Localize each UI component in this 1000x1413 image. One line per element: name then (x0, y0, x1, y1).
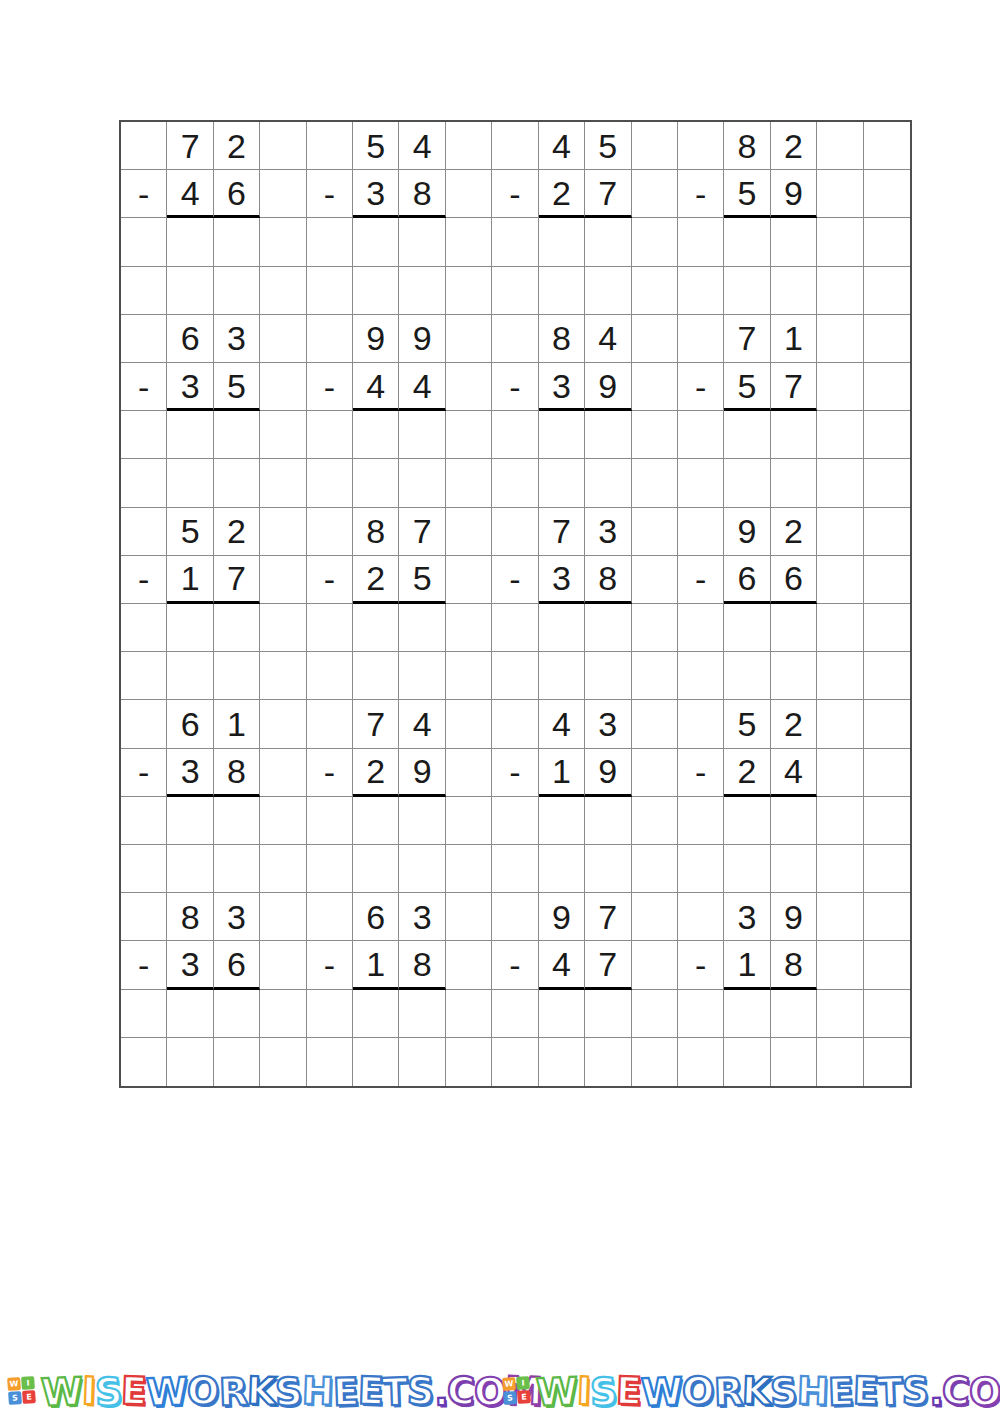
answer-cell[interactable] (399, 797, 445, 845)
digit-cell: 5 (353, 122, 399, 170)
empty-cell (492, 1038, 538, 1086)
brand-lockup: WISEWISEWORKSHEETS.COM (8, 1372, 503, 1410)
brand-letter: E (357, 1371, 383, 1410)
answer-cell[interactable] (353, 797, 399, 845)
empty-cell (399, 459, 445, 507)
answer-cell[interactable] (167, 990, 213, 1038)
digit-cell: 8 (539, 315, 585, 363)
digit-cell: 5 (724, 363, 770, 411)
empty-cell (446, 315, 492, 363)
minus-sign: - (307, 749, 353, 797)
empty-cell (678, 411, 724, 459)
empty-cell (121, 122, 167, 170)
answer-cell[interactable] (585, 990, 631, 1038)
empty-cell (492, 990, 538, 1038)
empty-cell (632, 508, 678, 556)
empty-cell (864, 893, 910, 941)
empty-cell (307, 652, 353, 700)
digit-cell: 9 (771, 893, 817, 941)
empty-cell (678, 652, 724, 700)
empty-cell (632, 652, 678, 700)
brand-letter: E (616, 1371, 642, 1410)
brand-letter: H (301, 1371, 333, 1410)
empty-cell (446, 170, 492, 218)
empty-cell (632, 604, 678, 652)
tile-letter: E (517, 1390, 531, 1404)
answer-cell[interactable] (214, 604, 260, 652)
digit-cell: 6 (214, 170, 260, 218)
digit-cell: 1 (724, 941, 770, 989)
minus-sign: - (492, 749, 538, 797)
brand-letter: O (187, 1371, 220, 1410)
brand-text: WISEWORKSHEETS.COM (41, 1372, 542, 1410)
empty-cell (121, 652, 167, 700)
brand-letter: W (535, 1372, 577, 1411)
empty-cell (864, 749, 910, 797)
empty-cell (632, 797, 678, 845)
digit-cell: 8 (724, 122, 770, 170)
empty-cell (353, 652, 399, 700)
empty-cell (446, 749, 492, 797)
digit-cell: 8 (353, 508, 399, 556)
empty-cell (539, 267, 585, 315)
digit-cell: 1 (771, 315, 817, 363)
empty-cell (214, 267, 260, 315)
empty-cell (724, 845, 770, 893)
answer-cell[interactable] (167, 604, 213, 652)
empty-cell (678, 893, 724, 941)
empty-cell (446, 267, 492, 315)
digit-cell: 6 (353, 893, 399, 941)
digit-cell: 4 (539, 700, 585, 748)
digit-cell: 2 (353, 556, 399, 604)
empty-cell (167, 1038, 213, 1086)
empty-cell (632, 411, 678, 459)
tile-letter: W (7, 1377, 21, 1391)
brand-letter: R (218, 1372, 248, 1411)
digit-cell: 6 (771, 556, 817, 604)
digit-cell: 6 (167, 700, 213, 748)
digit-cell: 4 (399, 363, 445, 411)
empty-cell (678, 845, 724, 893)
empty-cell (771, 459, 817, 507)
empty-cell (492, 411, 538, 459)
empty-cell (678, 990, 724, 1038)
brand-letter: O (682, 1371, 715, 1410)
empty-cell (214, 1038, 260, 1086)
brand-letter: H (796, 1371, 828, 1410)
footer-branding: WISEWISEWORKSHEETS.COMWISEWISEWORKSHEETS… (8, 1368, 998, 1413)
empty-cell (260, 700, 306, 748)
empty-cell (353, 459, 399, 507)
digit-cell: 2 (724, 749, 770, 797)
digit-cell: 7 (771, 363, 817, 411)
empty-cell (678, 122, 724, 170)
empty-cell (817, 267, 863, 315)
empty-cell (307, 315, 353, 363)
empty-cell (260, 411, 306, 459)
answer-cell[interactable] (585, 604, 631, 652)
empty-cell (260, 845, 306, 893)
digit-cell: 2 (353, 749, 399, 797)
empty-cell (492, 315, 538, 363)
tile-letter: E (22, 1390, 36, 1404)
digit-cell: 3 (585, 700, 631, 748)
answer-cell[interactable] (539, 411, 585, 459)
answer-cell[interactable] (167, 797, 213, 845)
minus-sign: - (492, 363, 538, 411)
minus-sign: - (492, 941, 538, 989)
empty-cell (399, 1038, 445, 1086)
empty-cell (446, 459, 492, 507)
digit-cell: 8 (585, 556, 631, 604)
answer-cell[interactable] (771, 797, 817, 845)
answer-cell[interactable] (353, 990, 399, 1038)
tile-letter: I (21, 1376, 35, 1390)
empty-cell (399, 845, 445, 893)
digit-cell: 3 (724, 893, 770, 941)
empty-cell (678, 218, 724, 266)
answer-cell[interactable] (771, 990, 817, 1038)
digit-cell: 3 (539, 556, 585, 604)
digit-cell: 7 (585, 941, 631, 989)
empty-cell (353, 267, 399, 315)
empty-cell (678, 508, 724, 556)
empty-cell (817, 797, 863, 845)
answer-cell[interactable] (539, 218, 585, 266)
empty-cell (446, 218, 492, 266)
empty-cell (260, 604, 306, 652)
digit-cell: 4 (167, 170, 213, 218)
answer-cell[interactable] (214, 218, 260, 266)
empty-cell (632, 315, 678, 363)
brand-letter: C (447, 1371, 475, 1410)
empty-cell (771, 267, 817, 315)
empty-cell (817, 990, 863, 1038)
brand-letter: E (121, 1371, 147, 1410)
empty-cell (817, 893, 863, 941)
digit-cell: 9 (771, 170, 817, 218)
empty-cell (446, 508, 492, 556)
brand-text: WISEWORKSHEETS.COM (536, 1372, 1000, 1410)
empty-cell (817, 941, 863, 989)
brand-letter: O (968, 1372, 1000, 1411)
minus-sign: - (121, 556, 167, 604)
empty-cell (121, 797, 167, 845)
empty-cell (446, 990, 492, 1038)
brand-letter: W (146, 1372, 188, 1411)
empty-cell (632, 749, 678, 797)
empty-cell (539, 652, 585, 700)
digit-cell: 2 (214, 122, 260, 170)
empty-cell (260, 797, 306, 845)
minus-sign: - (678, 941, 724, 989)
digit-cell: 9 (399, 749, 445, 797)
digit-cell: 3 (167, 749, 213, 797)
empty-cell (446, 893, 492, 941)
answer-cell[interactable] (724, 990, 770, 1038)
empty-cell (632, 990, 678, 1038)
minus-sign: - (678, 363, 724, 411)
empty-cell (121, 1038, 167, 1086)
empty-cell (632, 363, 678, 411)
empty-cell (446, 122, 492, 170)
empty-cell (260, 556, 306, 604)
empty-cell (678, 700, 724, 748)
empty-cell (539, 845, 585, 893)
empty-cell (167, 652, 213, 700)
empty-cell (446, 652, 492, 700)
digit-cell: 9 (724, 508, 770, 556)
digit-cell: 4 (353, 363, 399, 411)
empty-cell (260, 315, 306, 363)
empty-cell (864, 797, 910, 845)
empty-cell (167, 845, 213, 893)
empty-cell (307, 508, 353, 556)
minus-sign: - (121, 363, 167, 411)
answer-cell[interactable] (399, 604, 445, 652)
answer-cell[interactable] (399, 990, 445, 1038)
empty-cell (585, 1038, 631, 1086)
empty-cell (864, 700, 910, 748)
empty-cell (678, 1038, 724, 1086)
empty-cell (585, 459, 631, 507)
empty-cell (307, 267, 353, 315)
empty-cell (260, 941, 306, 989)
empty-cell (632, 941, 678, 989)
minus-sign: - (678, 556, 724, 604)
empty-cell (539, 1038, 585, 1086)
empty-cell (817, 652, 863, 700)
brand-letter: E (827, 1372, 853, 1411)
answer-cell[interactable] (585, 797, 631, 845)
empty-cell (307, 990, 353, 1038)
empty-cell (353, 845, 399, 893)
empty-cell (446, 941, 492, 989)
empty-cell (632, 218, 678, 266)
empty-cell (632, 556, 678, 604)
answer-cell[interactable] (539, 990, 585, 1038)
answer-cell[interactable] (771, 604, 817, 652)
empty-cell (121, 459, 167, 507)
brand-letter: W (641, 1372, 683, 1411)
digit-cell: 6 (167, 315, 213, 363)
brand-letter: S (770, 1372, 798, 1411)
empty-cell (817, 315, 863, 363)
empty-cell (864, 604, 910, 652)
minus-sign: - (492, 170, 538, 218)
digit-cell: 5 (724, 700, 770, 748)
subtraction-worksheet-grid: 72544582-46-38-27-5963998471-35-44-39-57… (119, 120, 912, 1088)
tile-letter: W (502, 1377, 516, 1391)
answer-cell[interactable] (399, 411, 445, 459)
answer-cell[interactable] (724, 797, 770, 845)
empty-cell (492, 604, 538, 652)
digit-cell: 9 (353, 315, 399, 363)
digit-cell: 8 (399, 170, 445, 218)
empty-cell (446, 363, 492, 411)
empty-cell (214, 845, 260, 893)
brand-letter: S (94, 1372, 122, 1411)
empty-cell (724, 1038, 770, 1086)
brand-letter: T (877, 1372, 903, 1411)
digit-cell: 1 (353, 941, 399, 989)
empty-cell (678, 797, 724, 845)
empty-cell (864, 267, 910, 315)
digit-cell: 8 (399, 941, 445, 989)
answer-cell[interactable] (724, 604, 770, 652)
empty-cell (492, 267, 538, 315)
minus-sign: - (307, 170, 353, 218)
digit-cell: 9 (399, 315, 445, 363)
answer-cell[interactable] (771, 218, 817, 266)
empty-cell (678, 315, 724, 363)
empty-cell (864, 1038, 910, 1086)
digit-cell: 3 (353, 170, 399, 218)
empty-cell (260, 990, 306, 1038)
empty-cell (864, 218, 910, 266)
empty-cell (260, 459, 306, 507)
empty-cell (399, 267, 445, 315)
empty-cell (678, 459, 724, 507)
empty-cell (632, 459, 678, 507)
empty-cell (632, 1038, 678, 1086)
answer-cell[interactable] (539, 604, 585, 652)
empty-cell (817, 170, 863, 218)
empty-cell (307, 604, 353, 652)
digit-cell: 7 (585, 170, 631, 218)
digit-cell: 5 (167, 508, 213, 556)
empty-cell (864, 170, 910, 218)
answer-cell[interactable] (539, 797, 585, 845)
empty-cell (307, 700, 353, 748)
empty-cell (724, 652, 770, 700)
empty-cell (585, 267, 631, 315)
answer-cell[interactable] (167, 218, 213, 266)
answer-cell[interactable] (399, 218, 445, 266)
empty-cell (817, 122, 863, 170)
minus-sign: - (121, 170, 167, 218)
digit-cell: 1 (167, 556, 213, 604)
empty-cell (260, 652, 306, 700)
brand-letter: R (713, 1372, 743, 1411)
empty-cell (492, 508, 538, 556)
brand-letter: E (852, 1371, 878, 1410)
brand-letter: S (902, 1371, 930, 1410)
empty-cell (771, 845, 817, 893)
empty-cell (632, 893, 678, 941)
empty-cell (817, 556, 863, 604)
empty-cell (492, 700, 538, 748)
digit-cell: 9 (585, 363, 631, 411)
answer-cell[interactable] (214, 990, 260, 1038)
digit-cell: 4 (399, 700, 445, 748)
answer-cell[interactable] (353, 218, 399, 266)
empty-cell (121, 845, 167, 893)
empty-cell (864, 556, 910, 604)
empty-cell (817, 459, 863, 507)
answer-cell[interactable] (353, 411, 399, 459)
empty-cell (492, 845, 538, 893)
digit-cell: 6 (724, 556, 770, 604)
empty-cell (307, 122, 353, 170)
empty-cell (817, 845, 863, 893)
empty-cell (585, 652, 631, 700)
answer-cell[interactable] (353, 604, 399, 652)
empty-cell (307, 218, 353, 266)
answer-cell[interactable] (167, 411, 213, 459)
brand-letter: S (275, 1372, 303, 1411)
answer-cell[interactable] (214, 411, 260, 459)
answer-cell[interactable] (214, 797, 260, 845)
digit-cell: 5 (399, 556, 445, 604)
empty-cell (121, 315, 167, 363)
digit-cell: 4 (399, 122, 445, 170)
empty-cell (864, 122, 910, 170)
wise-tile-logo: WISE (7, 1376, 36, 1405)
empty-cell (399, 652, 445, 700)
empty-cell (771, 652, 817, 700)
empty-cell (121, 508, 167, 556)
empty-cell (864, 411, 910, 459)
brand-letter: T (382, 1372, 408, 1411)
empty-cell (817, 1038, 863, 1086)
digit-cell: 7 (167, 122, 213, 170)
empty-cell (632, 845, 678, 893)
empty-cell (492, 893, 538, 941)
minus-sign: - (307, 556, 353, 604)
answer-cell[interactable] (771, 411, 817, 459)
digit-cell: 3 (214, 315, 260, 363)
empty-cell (446, 556, 492, 604)
minus-sign: - (121, 941, 167, 989)
digit-cell: 3 (585, 508, 631, 556)
empty-cell (121, 218, 167, 266)
empty-cell (492, 797, 538, 845)
brand-letter: W (40, 1372, 82, 1411)
empty-cell (539, 459, 585, 507)
empty-cell (214, 459, 260, 507)
brand-letter: K (246, 1371, 276, 1410)
empty-cell (678, 604, 724, 652)
digit-cell: 4 (585, 315, 631, 363)
digit-cell: 3 (167, 363, 213, 411)
brand-letter: E (332, 1372, 358, 1411)
empty-cell (864, 845, 910, 893)
minus-sign: - (678, 170, 724, 218)
answer-cell[interactable] (585, 411, 631, 459)
digit-cell: 5 (585, 122, 631, 170)
answer-cell[interactable] (585, 218, 631, 266)
digit-cell: 8 (771, 941, 817, 989)
empty-cell (632, 122, 678, 170)
empty-cell (817, 604, 863, 652)
digit-cell: 2 (771, 508, 817, 556)
empty-cell (260, 267, 306, 315)
empty-cell (817, 411, 863, 459)
wise-tile-logo: WISE (502, 1376, 531, 1405)
digit-cell: 4 (539, 122, 585, 170)
answer-cell[interactable] (724, 218, 770, 266)
empty-cell (771, 1038, 817, 1086)
minus-sign: - (492, 556, 538, 604)
empty-cell (260, 893, 306, 941)
empty-cell (492, 122, 538, 170)
answer-cell[interactable] (724, 411, 770, 459)
brand-letter: S (589, 1372, 617, 1411)
minus-sign: - (307, 941, 353, 989)
digit-cell: 2 (771, 122, 817, 170)
